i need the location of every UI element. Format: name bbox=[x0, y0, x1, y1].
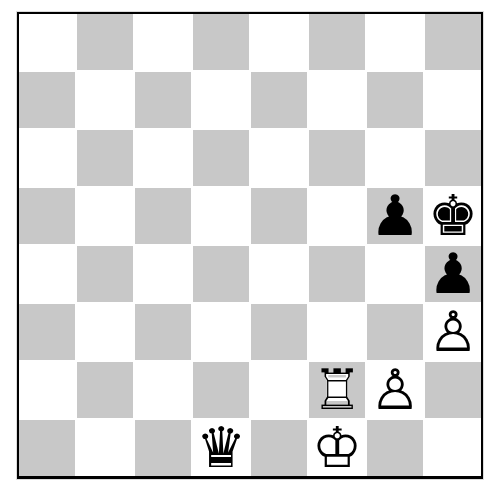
square-g3[interactable] bbox=[367, 304, 423, 360]
square-h4[interactable]: ♟ bbox=[425, 246, 481, 302]
board-frame: ♟♚♟♟♙♜♖♟♙♛♚♔ bbox=[17, 12, 483, 479]
square-c4[interactable] bbox=[135, 246, 191, 302]
square-e8[interactable] bbox=[251, 14, 307, 70]
square-d6[interactable] bbox=[193, 130, 249, 186]
piece-glyph: ♟ bbox=[370, 188, 420, 244]
chess-board: ♟♚♟♟♙♜♖♟♙♛♚♔ bbox=[19, 14, 481, 476]
square-d5[interactable] bbox=[193, 188, 249, 244]
square-g7[interactable] bbox=[367, 72, 423, 128]
square-c7[interactable] bbox=[135, 72, 191, 128]
piece-glyph: ♙ bbox=[428, 304, 478, 360]
square-g5[interactable]: ♟ bbox=[367, 188, 423, 244]
square-h3[interactable]: ♟♙ bbox=[425, 304, 481, 360]
square-e2[interactable] bbox=[251, 362, 307, 418]
piece-white-rook[interactable]: ♜♖ bbox=[309, 362, 365, 418]
square-e5[interactable] bbox=[251, 188, 307, 244]
square-f1[interactable]: ♚♔ bbox=[309, 420, 365, 476]
piece-glyph: ♛ bbox=[196, 420, 246, 476]
square-h5[interactable]: ♚ bbox=[425, 188, 481, 244]
square-a5[interactable] bbox=[19, 188, 75, 244]
square-f5[interactable] bbox=[309, 188, 365, 244]
square-h6[interactable] bbox=[425, 130, 481, 186]
square-b4[interactable] bbox=[77, 246, 133, 302]
piece-black-queen[interactable]: ♛ bbox=[193, 420, 249, 476]
square-f2[interactable]: ♜♖ bbox=[309, 362, 365, 418]
square-b7[interactable] bbox=[77, 72, 133, 128]
piece-white-king[interactable]: ♚♔ bbox=[309, 420, 365, 476]
square-f7[interactable] bbox=[309, 72, 365, 128]
chess-diagram: ♟♚♟♟♙♜♖♟♙♛♚♔ bbox=[0, 0, 499, 485]
square-f6[interactable] bbox=[309, 130, 365, 186]
square-e6[interactable] bbox=[251, 130, 307, 186]
square-c5[interactable] bbox=[135, 188, 191, 244]
square-d4[interactable] bbox=[193, 246, 249, 302]
square-f8[interactable] bbox=[309, 14, 365, 70]
piece-white-pawn[interactable]: ♟♙ bbox=[425, 304, 481, 360]
square-g1[interactable] bbox=[367, 420, 423, 476]
square-a4[interactable] bbox=[19, 246, 75, 302]
square-e4[interactable] bbox=[251, 246, 307, 302]
square-c3[interactable] bbox=[135, 304, 191, 360]
square-g8[interactable] bbox=[367, 14, 423, 70]
square-g6[interactable] bbox=[367, 130, 423, 186]
piece-black-pawn[interactable]: ♟ bbox=[425, 246, 481, 302]
square-d2[interactable] bbox=[193, 362, 249, 418]
square-e3[interactable] bbox=[251, 304, 307, 360]
piece-glyph: ♚ bbox=[428, 188, 478, 244]
square-h8[interactable] bbox=[425, 14, 481, 70]
piece-glyph: ♔ bbox=[312, 420, 362, 476]
square-c6[interactable] bbox=[135, 130, 191, 186]
square-c1[interactable] bbox=[135, 420, 191, 476]
square-a6[interactable] bbox=[19, 130, 75, 186]
piece-glyph: ♙ bbox=[370, 362, 420, 418]
square-a8[interactable] bbox=[19, 14, 75, 70]
square-d8[interactable] bbox=[193, 14, 249, 70]
square-h2[interactable] bbox=[425, 362, 481, 418]
square-d3[interactable] bbox=[193, 304, 249, 360]
square-b3[interactable] bbox=[77, 304, 133, 360]
square-b2[interactable] bbox=[77, 362, 133, 418]
square-d1[interactable]: ♛ bbox=[193, 420, 249, 476]
square-h7[interactable] bbox=[425, 72, 481, 128]
square-a3[interactable] bbox=[19, 304, 75, 360]
square-g4[interactable] bbox=[367, 246, 423, 302]
piece-white-pawn[interactable]: ♟♙ bbox=[367, 362, 423, 418]
square-e7[interactable] bbox=[251, 72, 307, 128]
square-g2[interactable]: ♟♙ bbox=[367, 362, 423, 418]
piece-black-pawn[interactable]: ♟ bbox=[367, 188, 423, 244]
square-c8[interactable] bbox=[135, 14, 191, 70]
square-b8[interactable] bbox=[77, 14, 133, 70]
square-e1[interactable] bbox=[251, 420, 307, 476]
piece-black-king[interactable]: ♚ bbox=[425, 188, 481, 244]
square-a1[interactable] bbox=[19, 420, 75, 476]
square-a2[interactable] bbox=[19, 362, 75, 418]
square-d7[interactable] bbox=[193, 72, 249, 128]
square-b6[interactable] bbox=[77, 130, 133, 186]
piece-glyph: ♖ bbox=[312, 362, 362, 418]
square-h1[interactable] bbox=[425, 420, 481, 476]
square-f3[interactable] bbox=[309, 304, 365, 360]
square-c2[interactable] bbox=[135, 362, 191, 418]
square-b1[interactable] bbox=[77, 420, 133, 476]
square-b5[interactable] bbox=[77, 188, 133, 244]
square-a7[interactable] bbox=[19, 72, 75, 128]
square-f4[interactable] bbox=[309, 246, 365, 302]
piece-glyph: ♟ bbox=[428, 246, 478, 302]
